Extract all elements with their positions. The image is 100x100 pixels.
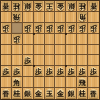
square-2h[interactable]: 飛 bbox=[77, 77, 88, 88]
piece-gote-silver[interactable]: 銀 bbox=[23, 1, 33, 11]
piece-tile: 歩 bbox=[2, 67, 10, 76]
piece-tile: 桂 bbox=[12, 1, 21, 11]
piece-tile: 香 bbox=[1, 1, 10, 11]
piece-sente-lance[interactable]: 香 bbox=[88, 88, 99, 99]
square-4d[interactable] bbox=[55, 34, 66, 45]
square-3b[interactable] bbox=[66, 12, 77, 23]
square-7g[interactable] bbox=[23, 66, 34, 77]
square-1h[interactable] bbox=[88, 77, 99, 88]
piece-kanji: 歩 bbox=[57, 24, 64, 31]
square-7c[interactable]: 歩 bbox=[23, 23, 34, 34]
piece-gote-pawn[interactable]: 歩 bbox=[1, 23, 11, 33]
piece-gote-knight[interactable]: 桂 bbox=[12, 1, 22, 11]
piece-tile: 歩 bbox=[90, 67, 98, 76]
piece-kanji: 歩 bbox=[68, 24, 75, 31]
piece-tile: 飛 bbox=[12, 12, 21, 22]
piece-tile: 銀 bbox=[67, 1, 76, 11]
square-5b[interactable] bbox=[45, 12, 56, 23]
piece-gote-pawn[interactable]: 歩 bbox=[66, 23, 76, 33]
piece-sente-silver[interactable]: 銀 bbox=[23, 88, 33, 99]
piece-kanji: 香 bbox=[90, 91, 97, 98]
piece-sente-pawn[interactable]: 歩 bbox=[88, 66, 99, 76]
piece-kanji: 香 bbox=[90, 2, 97, 9]
square-5e[interactable] bbox=[45, 45, 56, 56]
piece-kanji: 金 bbox=[35, 2, 42, 9]
piece-sente-pawn[interactable]: 歩 bbox=[12, 66, 22, 76]
piece-kanji: 桂 bbox=[79, 91, 86, 98]
piece-tile: 歩 bbox=[45, 67, 53, 76]
piece-sente-pawn[interactable]: 歩 bbox=[66, 66, 76, 76]
square-3d[interactable] bbox=[66, 34, 77, 45]
piece-tile: 桂 bbox=[78, 89, 87, 99]
piece-sente-pawn[interactable]: 歩 bbox=[55, 66, 65, 76]
square-1a[interactable]: 香 bbox=[88, 1, 99, 12]
square-7a[interactable]: 銀 bbox=[23, 1, 34, 12]
piece-gote-king[interactable]: 王 bbox=[45, 1, 55, 11]
square-6c[interactable]: 歩 bbox=[34, 23, 45, 34]
piece-kanji: 銀 bbox=[68, 2, 75, 9]
square-6a[interactable]: 金 bbox=[34, 1, 45, 12]
square-9g[interactable]: 歩 bbox=[1, 66, 12, 77]
square-5c[interactable]: 歩 bbox=[45, 23, 56, 34]
piece-sente-knight[interactable]: 桂 bbox=[12, 88, 22, 99]
square-4h[interactable] bbox=[55, 77, 66, 88]
piece-tile: 王 bbox=[45, 1, 54, 11]
piece-sente-rook[interactable]: 飛 bbox=[77, 77, 87, 87]
piece-tile: 歩 bbox=[24, 56, 32, 65]
piece-sente-lance[interactable]: 香 bbox=[1, 88, 11, 99]
square-3i[interactable]: 銀 bbox=[66, 88, 77, 99]
square-7h[interactable] bbox=[23, 77, 34, 88]
piece-tile: 歩 bbox=[78, 67, 86, 76]
square-6d[interactable] bbox=[34, 34, 45, 45]
square-4c[interactable]: 歩 bbox=[55, 23, 66, 34]
square-1i[interactable]: 香 bbox=[88, 88, 99, 99]
square-7f[interactable]: 歩 bbox=[23, 55, 34, 66]
square-1c[interactable]: 歩 bbox=[88, 23, 99, 34]
square-9b[interactable] bbox=[1, 12, 12, 23]
piece-sente-knight[interactable]: 桂 bbox=[77, 88, 87, 99]
square-4f[interactable] bbox=[55, 55, 66, 66]
square-5g[interactable]: 歩 bbox=[45, 66, 56, 77]
piece-tile: 角 bbox=[12, 77, 21, 87]
piece-sente-pawn[interactable]: 歩 bbox=[23, 55, 33, 65]
square-6i[interactable]: 金 bbox=[34, 88, 45, 99]
square-1g[interactable]: 歩 bbox=[88, 66, 99, 77]
square-8d[interactable]: 歩 bbox=[12, 34, 23, 45]
piece-sente-gold[interactable]: 金 bbox=[34, 88, 44, 99]
square-9f[interactable] bbox=[1, 55, 12, 66]
piece-tile: 桂 bbox=[12, 89, 21, 99]
square-9h[interactable] bbox=[1, 77, 12, 88]
square-8a[interactable]: 桂 bbox=[12, 1, 23, 12]
piece-gote-rook[interactable]: 飛 bbox=[12, 12, 22, 22]
square-8f[interactable] bbox=[12, 55, 23, 66]
piece-tile: 玉 bbox=[45, 89, 54, 99]
square-3a[interactable]: 銀 bbox=[66, 1, 77, 12]
piece-kanji: 香 bbox=[2, 91, 9, 98]
piece-tile: 金 bbox=[34, 1, 43, 11]
piece-kanji: 歩 bbox=[79, 68, 86, 75]
piece-gote-silver[interactable]: 銀 bbox=[66, 1, 76, 11]
square-6b[interactable] bbox=[34, 12, 45, 23]
piece-tile: 金 bbox=[56, 89, 65, 99]
piece-tile: 香 bbox=[89, 1, 98, 11]
piece-tile: 歩 bbox=[13, 67, 21, 76]
square-7e[interactable] bbox=[23, 45, 34, 56]
square-3g[interactable]: 歩 bbox=[66, 66, 77, 77]
piece-kanji: 銀 bbox=[24, 91, 31, 98]
square-5d[interactable] bbox=[45, 34, 56, 45]
piece-sente-king[interactable]: 玉 bbox=[45, 88, 55, 99]
square-2d[interactable] bbox=[77, 34, 88, 45]
piece-tile: 歩 bbox=[2, 23, 10, 32]
square-7b[interactable] bbox=[23, 12, 34, 23]
square-2a[interactable]: 桂 bbox=[77, 1, 88, 12]
piece-sente-gold[interactable]: 金 bbox=[55, 88, 65, 99]
piece-kanji: 香 bbox=[2, 2, 9, 9]
square-6h[interactable] bbox=[34, 77, 45, 88]
square-2i[interactable]: 桂 bbox=[77, 88, 88, 99]
piece-tile: 銀 bbox=[23, 1, 32, 11]
piece-gote-pawn[interactable]: 歩 bbox=[23, 23, 33, 33]
piece-gote-pawn[interactable]: 歩 bbox=[55, 23, 65, 33]
piece-gote-gold[interactable]: 金 bbox=[34, 1, 44, 11]
piece-kanji: 金 bbox=[57, 2, 64, 9]
square-9c[interactable]: 歩 bbox=[1, 23, 12, 34]
square-8i[interactable]: 桂 bbox=[12, 88, 23, 99]
piece-kanji: 歩 bbox=[13, 68, 20, 75]
square-7i[interactable]: 銀 bbox=[23, 88, 34, 99]
piece-gote-pawn[interactable]: 歩 bbox=[88, 23, 99, 33]
piece-tile: 銀 bbox=[67, 89, 76, 99]
square-1d[interactable] bbox=[88, 34, 99, 45]
square-7d[interactable] bbox=[23, 34, 34, 45]
square-4i[interactable]: 金 bbox=[55, 88, 66, 99]
piece-tile: 香 bbox=[1, 89, 10, 99]
piece-kanji: 歩 bbox=[68, 68, 75, 75]
square-2b[interactable]: 角 bbox=[77, 12, 88, 23]
square-5h[interactable] bbox=[45, 77, 56, 88]
square-1b[interactable] bbox=[88, 12, 99, 23]
piece-kanji: 歩 bbox=[46, 24, 53, 31]
piece-tile: 金 bbox=[56, 1, 65, 11]
piece-sente-pawn[interactable]: 歩 bbox=[34, 66, 44, 76]
piece-kanji: 飛 bbox=[13, 13, 20, 20]
piece-kanji: 歩 bbox=[46, 68, 53, 75]
piece-tile: 飛 bbox=[78, 77, 87, 87]
square-4a[interactable]: 金 bbox=[55, 1, 66, 12]
square-6g[interactable]: 歩 bbox=[34, 66, 45, 77]
piece-kanji: 金 bbox=[57, 91, 64, 98]
square-9i[interactable]: 香 bbox=[1, 88, 12, 99]
piece-tile: 歩 bbox=[24, 23, 32, 32]
square-2c[interactable]: 歩 bbox=[77, 23, 88, 34]
square-8b[interactable]: 飛 bbox=[12, 12, 23, 23]
piece-tile: 歩 bbox=[35, 23, 43, 32]
piece-kanji: 歩 bbox=[13, 35, 20, 42]
piece-kanji: 歩 bbox=[35, 24, 42, 31]
square-3c[interactable]: 歩 bbox=[66, 23, 77, 34]
piece-tile: 歩 bbox=[45, 23, 53, 32]
square-8c[interactable] bbox=[12, 23, 23, 34]
piece-gote-knight[interactable]: 桂 bbox=[77, 1, 87, 11]
piece-kanji: 王 bbox=[46, 2, 53, 9]
piece-sente-pawn[interactable]: 歩 bbox=[45, 66, 55, 76]
square-2f[interactable] bbox=[77, 55, 88, 66]
piece-kanji: 歩 bbox=[2, 68, 9, 75]
piece-tile: 歩 bbox=[90, 23, 98, 32]
piece-kanji: 歩 bbox=[24, 24, 31, 31]
piece-tile: 歩 bbox=[35, 67, 43, 76]
piece-sente-pawn[interactable]: 歩 bbox=[77, 66, 87, 76]
square-5a[interactable]: 王 bbox=[45, 1, 56, 12]
piece-sente-silver[interactable]: 銀 bbox=[66, 88, 76, 99]
piece-gote-pawn[interactable]: 歩 bbox=[45, 23, 55, 33]
piece-tile: 金 bbox=[34, 89, 43, 99]
square-6f[interactable] bbox=[34, 55, 45, 66]
piece-tile: 歩 bbox=[67, 67, 75, 76]
square-9d[interactable] bbox=[1, 34, 12, 45]
square-9e[interactable] bbox=[1, 45, 12, 56]
square-5f[interactable] bbox=[45, 55, 56, 66]
piece-kanji: 角 bbox=[13, 79, 20, 86]
piece-kanji: 歩 bbox=[35, 68, 42, 75]
piece-kanji: 歩 bbox=[90, 68, 97, 75]
square-4e[interactable] bbox=[55, 45, 66, 56]
piece-gote-lance[interactable]: 香 bbox=[1, 1, 11, 11]
piece-tile: 銀 bbox=[23, 89, 32, 99]
piece-kanji: 桂 bbox=[13, 91, 20, 98]
square-2e[interactable] bbox=[77, 45, 88, 56]
piece-kanji: 歩 bbox=[57, 68, 64, 75]
square-8h[interactable]: 角 bbox=[12, 77, 23, 88]
piece-tile: 歩 bbox=[13, 34, 21, 43]
piece-tile: 歩 bbox=[56, 23, 64, 32]
piece-kanji: 桂 bbox=[79, 2, 86, 9]
piece-kanji: 銀 bbox=[68, 91, 75, 98]
square-5i[interactable]: 玉 bbox=[45, 88, 56, 99]
square-8e[interactable] bbox=[12, 45, 23, 56]
piece-tile: 桂 bbox=[78, 1, 87, 11]
square-3e[interactable] bbox=[66, 45, 77, 56]
piece-kanji: 歩 bbox=[90, 24, 97, 31]
square-3f[interactable] bbox=[66, 55, 77, 66]
piece-kanji: 桂 bbox=[13, 2, 20, 9]
piece-gote-pawn[interactable]: 歩 bbox=[12, 34, 22, 44]
piece-sente-pawn[interactable]: 歩 bbox=[1, 66, 11, 76]
piece-tile: 香 bbox=[89, 89, 98, 99]
piece-gote-lance[interactable]: 香 bbox=[88, 1, 99, 11]
square-4g[interactable]: 歩 bbox=[55, 66, 66, 77]
square-8g[interactable]: 歩 bbox=[12, 66, 23, 77]
piece-kanji: 銀 bbox=[24, 2, 31, 9]
piece-kanji: 角 bbox=[79, 13, 86, 20]
piece-tile: 歩 bbox=[56, 67, 64, 76]
square-4b[interactable] bbox=[55, 12, 66, 23]
piece-tile: 歩 bbox=[67, 23, 75, 32]
piece-kanji: 飛 bbox=[79, 79, 86, 86]
piece-gote-gold[interactable]: 金 bbox=[55, 1, 65, 11]
piece-kanji: 歩 bbox=[2, 24, 9, 31]
piece-sente-bishop[interactable]: 角 bbox=[12, 77, 22, 87]
shogi-board: 香桂銀金王金銀桂香飛角歩歩歩歩歩歩歩歩歩歩歩歩歩歩歩歩歩歩角飛香桂銀金玉金銀桂香 bbox=[0, 0, 100, 100]
square-2g[interactable]: 歩 bbox=[77, 66, 88, 77]
square-6e[interactable] bbox=[34, 45, 45, 56]
piece-gote-pawn[interactable]: 歩 bbox=[34, 23, 44, 33]
piece-kanji: 金 bbox=[35, 91, 42, 98]
square-1e[interactable] bbox=[88, 45, 99, 56]
piece-gote-pawn[interactable]: 歩 bbox=[77, 23, 87, 33]
square-3h[interactable] bbox=[66, 77, 77, 88]
piece-gote-bishop[interactable]: 角 bbox=[77, 12, 87, 22]
piece-tile: 歩 bbox=[78, 23, 86, 32]
piece-kanji: 歩 bbox=[79, 24, 86, 31]
piece-kanji: 歩 bbox=[24, 57, 31, 64]
piece-tile: 角 bbox=[78, 12, 87, 22]
square-9a[interactable]: 香 bbox=[1, 1, 12, 12]
piece-kanji: 玉 bbox=[46, 91, 53, 98]
square-1f[interactable] bbox=[88, 55, 99, 66]
